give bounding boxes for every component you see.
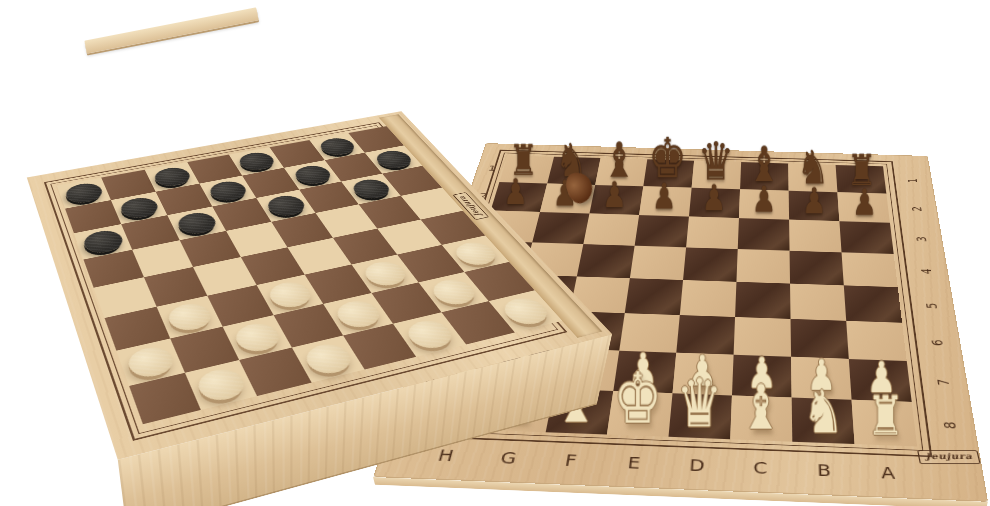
chess-square[interactable]: [844, 285, 902, 322]
checker-black[interactable]: [174, 210, 220, 236]
rank-label: 8: [935, 403, 965, 448]
checkers-square[interactable]: [371, 282, 441, 323]
chess-square[interactable]: [583, 213, 639, 245]
checkers-square[interactable]: [241, 247, 305, 285]
chess-piece-light-king[interactable]: ♚: [614, 364, 663, 434]
chess-square[interactable]: [577, 244, 635, 278]
checkers-square[interactable]: [144, 267, 207, 307]
chess-square[interactable]: ♟: [689, 188, 740, 218]
chess-square[interactable]: ♝: [730, 395, 792, 441]
chess-square[interactable]: [789, 220, 841, 253]
rank-label: 6: [924, 324, 951, 363]
file-label: E: [601, 451, 667, 476]
checker-black[interactable]: [371, 148, 416, 170]
file-label: A: [856, 460, 922, 486]
checker-light[interactable]: [331, 298, 385, 331]
chess-piece-dark-pawn[interactable]: ♟: [702, 181, 727, 217]
chess-square[interactable]: ♟: [589, 185, 643, 215]
checker-black[interactable]: [206, 179, 250, 203]
checkers-square[interactable]: [94, 277, 157, 318]
file-label: G: [475, 446, 543, 471]
checker-light[interactable]: [300, 341, 356, 378]
file-label: F: [538, 448, 605, 473]
checkers-square[interactable]: [116, 338, 185, 385]
rank-label: 2: [905, 194, 928, 224]
chess-square[interactable]: [630, 246, 686, 280]
chess-piece-light-knight[interactable]: ♞: [803, 382, 844, 441]
file-label: D: [665, 453, 730, 478]
chess-piece-dark-pawn[interactable]: ♟: [602, 178, 627, 214]
chess-square[interactable]: ♞: [792, 398, 855, 444]
checkers-square[interactable]: [105, 307, 171, 351]
chess-square[interactable]: [735, 282, 790, 319]
chess-piece-dark-pawn[interactable]: ♟: [802, 184, 827, 220]
rank-label: 1: [902, 167, 924, 195]
chess-square[interactable]: [738, 218, 790, 250]
chess-square[interactable]: ♛: [668, 393, 732, 439]
file-label: C: [729, 456, 793, 482]
chess-piece-light-bishop[interactable]: ♝: [740, 377, 783, 439]
checkers-square[interactable]: [464, 262, 534, 301]
checkers-square[interactable]: [274, 304, 344, 348]
chess-square[interactable]: ♟: [837, 192, 889, 223]
chess-piece-light-rook[interactable]: ♜: [867, 389, 905, 443]
chess-square[interactable]: [842, 252, 898, 287]
box-lid-slat: [84, 7, 258, 53]
checker-black[interactable]: [290, 163, 334, 186]
file-label: B: [793, 458, 858, 484]
checkers-square[interactable]: [223, 315, 292, 360]
chess-square[interactable]: [790, 284, 846, 321]
chess-square[interactable]: ♟: [739, 189, 789, 219]
checker-light[interactable]: [497, 295, 554, 328]
rank-label: 7: [929, 362, 957, 404]
chess-square[interactable]: [736, 249, 790, 284]
checker-black[interactable]: [315, 136, 358, 157]
chess-square[interactable]: [839, 221, 893, 254]
checkers-square[interactable]: [170, 327, 239, 373]
chess-square[interactable]: [680, 280, 737, 317]
chess-square[interactable]: ♚: [607, 391, 673, 437]
chess-piece-dark-pawn[interactable]: ♟: [852, 185, 877, 221]
chess-square[interactable]: ♟: [639, 186, 691, 216]
chess-piece-dark-pawn[interactable]: ♟: [652, 179, 677, 215]
checker-light[interactable]: [124, 344, 177, 381]
rank-label: 5: [919, 288, 945, 324]
chess-piece-dark-pawn[interactable]: ♟: [503, 175, 528, 210]
chess-piece-dark-pawn[interactable]: ♟: [752, 182, 777, 218]
chess-square[interactable]: ♟: [491, 182, 548, 212]
chess-square[interactable]: [683, 247, 738, 282]
scene: ♜♞♝♚♛♝♞♜♟♟♟♟♟♟♟♟♟♟♟♟♟♟♟♟♜♞♝♚♛♝♞♜ HGFEDCB…: [0, 0, 990, 506]
checkers-square[interactable]: [352, 255, 419, 293]
chess-square[interactable]: [686, 217, 739, 249]
checker-light[interactable]: [164, 300, 215, 333]
chess-square[interactable]: [790, 251, 844, 286]
rank-label: 4: [914, 255, 939, 289]
checkers-square[interactable]: [419, 272, 489, 312]
chess-square[interactable]: [635, 215, 689, 247]
checkers-square[interactable]: [305, 264, 372, 303]
checker-light[interactable]: [193, 365, 249, 404]
checkers-square[interactable]: [207, 285, 273, 327]
checkers-square[interactable]: [397, 245, 464, 282]
checker-light[interactable]: [230, 320, 284, 355]
checker-black[interactable]: [263, 193, 309, 218]
chess-piece-light-queen[interactable]: ♛: [676, 370, 722, 437]
chess-square[interactable]: ♟: [789, 191, 840, 222]
rank-label: 3: [910, 223, 934, 255]
chess-square[interactable]: [625, 278, 683, 315]
chess-square[interactable]: [532, 212, 589, 244]
checker-light[interactable]: [426, 276, 480, 307]
checkers-square[interactable]: [157, 296, 223, 339]
chess-square[interactable]: ♜: [852, 400, 918, 447]
